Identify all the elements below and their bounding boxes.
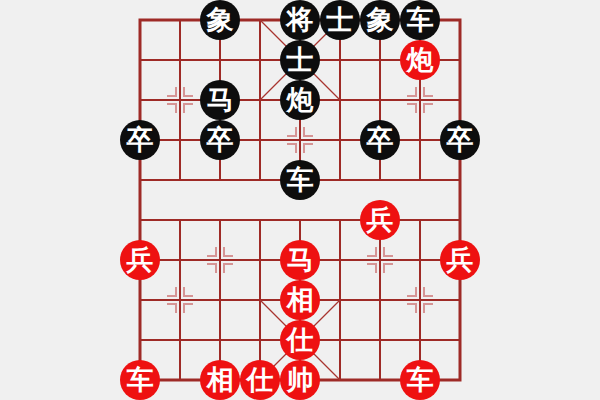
piece-black-elephant[interactable]: 象 xyxy=(200,0,240,40)
piece-black-chariot[interactable]: 车 xyxy=(400,0,440,40)
pieces-layer: 象将士象车士炮马炮卒卒卒卒车兵兵马兵相仕车相仕帅车 xyxy=(0,0,600,400)
piece-red-general[interactable]: 帅 xyxy=(280,360,320,400)
xiangqi-board[interactable]: 象将士象车士炮马炮卒卒卒卒车兵兵马兵相仕车相仕帅车 xyxy=(0,0,600,400)
piece-red-soldier[interactable]: 兵 xyxy=(360,200,400,240)
piece-red-horse[interactable]: 马 xyxy=(280,240,320,280)
piece-black-soldier[interactable]: 卒 xyxy=(200,120,240,160)
piece-black-advisor[interactable]: 士 xyxy=(320,0,360,40)
piece-red-soldier[interactable]: 兵 xyxy=(440,240,480,280)
piece-black-advisor[interactable]: 士 xyxy=(280,40,320,80)
piece-black-general[interactable]: 将 xyxy=(280,0,320,40)
piece-red-elephant[interactable]: 相 xyxy=(200,360,240,400)
piece-red-advisor[interactable]: 仕 xyxy=(240,360,280,400)
piece-black-chariot[interactable]: 车 xyxy=(280,160,320,200)
piece-black-soldier[interactable]: 卒 xyxy=(120,120,160,160)
piece-black-elephant[interactable]: 象 xyxy=(360,0,400,40)
piece-black-horse[interactable]: 马 xyxy=(200,80,240,120)
piece-black-soldier[interactable]: 卒 xyxy=(440,120,480,160)
piece-red-advisor[interactable]: 仕 xyxy=(280,320,320,360)
piece-red-chariot[interactable]: 车 xyxy=(120,360,160,400)
piece-red-cannon[interactable]: 炮 xyxy=(400,40,440,80)
piece-black-soldier[interactable]: 卒 xyxy=(360,120,400,160)
piece-black-cannon[interactable]: 炮 xyxy=(280,80,320,120)
piece-red-elephant[interactable]: 相 xyxy=(280,280,320,320)
piece-red-soldier[interactable]: 兵 xyxy=(120,240,160,280)
piece-red-chariot[interactable]: 车 xyxy=(400,360,440,400)
